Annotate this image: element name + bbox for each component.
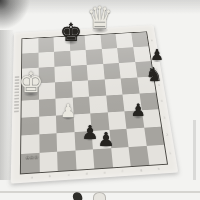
square-h3 bbox=[141, 109, 161, 127]
rank-tick-8: 8 bbox=[149, 34, 155, 45]
captured-white-piece bbox=[93, 192, 106, 200]
rank-tick-6: 6 bbox=[153, 63, 159, 75]
rank-tick-2: 2 bbox=[164, 127, 171, 141]
file-tick-c: c bbox=[61, 172, 76, 177]
square-f2 bbox=[109, 129, 129, 148]
square-b3 bbox=[39, 116, 57, 135]
rank-tick-3: 3 bbox=[161, 110, 168, 124]
file-tick-d: d bbox=[79, 171, 94, 176]
square-d7 bbox=[70, 50, 87, 66]
rank-tick-1: 1 bbox=[167, 145, 174, 160]
square-f7 bbox=[101, 48, 118, 64]
square-e8 bbox=[85, 35, 102, 50]
square-b7 bbox=[38, 52, 54, 68]
square-a5 bbox=[22, 83, 39, 100]
file-tick-h: h bbox=[151, 166, 166, 171]
square-d1 bbox=[75, 149, 94, 169]
square-e6 bbox=[87, 64, 105, 80]
square-d5 bbox=[71, 80, 89, 97]
photo-shadow-top bbox=[0, 0, 200, 14]
crown-logo-emblem: ♔♔♔ bbox=[23, 147, 40, 166]
square-e5 bbox=[88, 79, 106, 96]
square-f3 bbox=[107, 111, 126, 130]
square-c4 bbox=[55, 98, 73, 116]
square-h8 bbox=[131, 32, 149, 47]
square-d3 bbox=[73, 113, 91, 132]
square-b6 bbox=[38, 67, 55, 84]
square-f5 bbox=[104, 78, 122, 95]
file-tick-b: b bbox=[43, 173, 58, 178]
square-c2 bbox=[57, 132, 76, 152]
square-h5 bbox=[137, 77, 156, 94]
square-b2 bbox=[39, 133, 57, 153]
rank-tick-5: 5 bbox=[156, 78, 162, 91]
square-c7 bbox=[54, 51, 71, 67]
square-e2 bbox=[92, 130, 111, 149]
square-c8 bbox=[54, 36, 70, 51]
square-c3 bbox=[56, 115, 74, 134]
square-b8 bbox=[38, 37, 54, 52]
chess-board-grid bbox=[21, 32, 167, 173]
rank-tick-7: 7 bbox=[151, 48, 157, 60]
square-e7 bbox=[86, 49, 103, 65]
square-d4 bbox=[72, 97, 90, 115]
square-c5 bbox=[55, 81, 72, 98]
square-a6 bbox=[22, 68, 39, 85]
square-a4 bbox=[21, 100, 38, 118]
square-h6 bbox=[135, 61, 153, 77]
square-d2 bbox=[74, 131, 93, 151]
square-f6 bbox=[103, 63, 121, 79]
square-b5 bbox=[38, 82, 55, 99]
square-c6 bbox=[54, 66, 71, 83]
file-tick-g: g bbox=[133, 167, 148, 172]
square-a3 bbox=[21, 117, 39, 136]
square-a8 bbox=[22, 38, 38, 53]
photo-scene: ♔♔♔ abcdefgh 87654321 ♛♚♟♞♚♟♟♟♟ bbox=[0, 0, 200, 200]
chess-board-mat: ♔♔♔ abcdefgh 87654321 bbox=[11, 25, 179, 184]
square-e1 bbox=[93, 148, 113, 168]
square-a7 bbox=[22, 53, 38, 69]
square-e3 bbox=[90, 112, 109, 131]
square-f8 bbox=[100, 34, 117, 49]
square-c1 bbox=[57, 151, 76, 171]
file-tick-f: f bbox=[115, 169, 130, 174]
photo-shadow-right bbox=[193, 120, 196, 180]
file-tick-e: e bbox=[97, 170, 112, 175]
square-b4 bbox=[39, 99, 56, 117]
square-h1 bbox=[146, 145, 167, 165]
square-f4 bbox=[106, 95, 125, 113]
square-d8 bbox=[69, 36, 86, 51]
file-tick-a: a bbox=[25, 175, 40, 180]
square-h4 bbox=[139, 93, 158, 111]
brand-text-illegible bbox=[14, 76, 19, 112]
square-b1 bbox=[39, 152, 58, 172]
square-f1 bbox=[111, 147, 131, 167]
square-h2 bbox=[144, 127, 164, 146]
rank-tick-4: 4 bbox=[158, 94, 164, 107]
square-d6 bbox=[71, 65, 88, 82]
square-h7 bbox=[133, 46, 151, 62]
square-e4 bbox=[89, 96, 107, 114]
